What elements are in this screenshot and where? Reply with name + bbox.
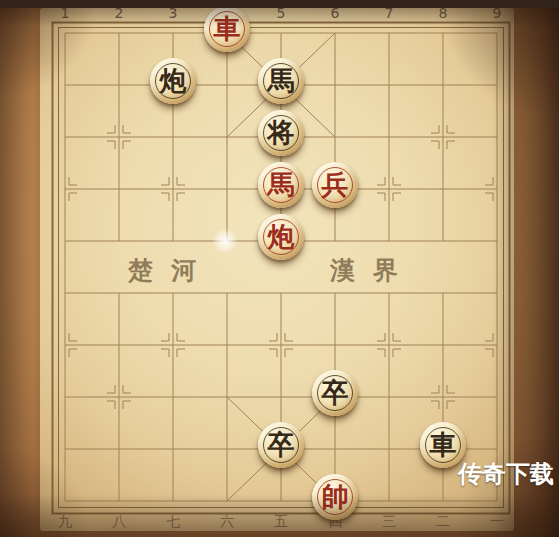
piece-red-horse[interactable]: 馬: [258, 162, 304, 208]
xiangqi-app-screen: 123456789九八七六五四三二一 楚河 漢界 車炮馬将馬兵炮卒卒車帥 传奇下…: [0, 0, 559, 537]
piece-black-general[interactable]: 将: [258, 110, 304, 156]
bottom-file-label-8: 二: [434, 513, 452, 531]
piece-red-general[interactable]: 帥: [312, 474, 358, 520]
piece-glyph: 卒: [322, 379, 349, 406]
piece-glyph: 炮: [268, 223, 295, 250]
piece-red-chariot[interactable]: 車: [204, 6, 250, 52]
bottom-file-label-2: 八: [110, 513, 128, 531]
watermark-text: 传奇下载: [458, 458, 554, 490]
piece-red-cannon[interactable]: 炮: [258, 214, 304, 260]
piece-black-horse[interactable]: 馬: [258, 58, 304, 104]
river-text-chu-he: 楚河: [128, 254, 214, 287]
piece-glyph: 馬: [268, 67, 295, 94]
piece-black-soldier[interactable]: 卒: [258, 422, 304, 468]
piece-glyph: 将: [268, 119, 295, 146]
bottom-file-label-1: 九: [56, 513, 74, 531]
piece-glyph: 卒: [268, 431, 295, 458]
piece-glyph: 車: [430, 431, 457, 458]
top-frame-bar: [0, 0, 559, 8]
piece-glyph: 車: [214, 15, 241, 42]
river-text-han-jie: 漢界: [330, 254, 416, 287]
last-move-glow-marker: [212, 228, 238, 254]
piece-glyph: 帥: [322, 483, 349, 510]
bottom-file-label-5: 五: [272, 513, 290, 531]
piece-glyph: 兵: [322, 171, 349, 198]
piece-glyph: 炮: [160, 67, 187, 94]
piece-red-soldier[interactable]: 兵: [312, 162, 358, 208]
bottom-file-label-9: 一: [488, 513, 506, 531]
piece-glyph: 馬: [268, 171, 295, 198]
bottom-file-label-7: 三: [380, 513, 398, 531]
piece-black-cannon[interactable]: 炮: [150, 58, 196, 104]
bottom-file-label-4: 六: [218, 513, 236, 531]
bottom-file-label-3: 七: [164, 513, 182, 531]
piece-black-soldier[interactable]: 卒: [312, 370, 358, 416]
